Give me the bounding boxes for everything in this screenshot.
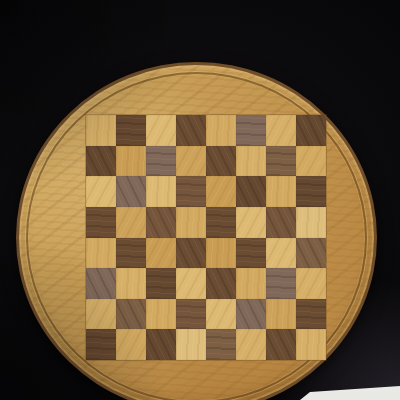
square-e3[interactable] bbox=[206, 268, 236, 299]
square-f6[interactable] bbox=[236, 176, 266, 207]
square-c8[interactable] bbox=[146, 115, 176, 146]
square-e5[interactable] bbox=[206, 207, 236, 238]
square-g1[interactable] bbox=[266, 329, 296, 360]
square-h7[interactable] bbox=[296, 146, 326, 177]
square-d6[interactable] bbox=[176, 176, 206, 207]
square-h5[interactable] bbox=[296, 207, 326, 238]
square-a6[interactable] bbox=[86, 176, 116, 207]
square-d8[interactable] bbox=[176, 115, 206, 146]
square-h8[interactable] bbox=[296, 115, 326, 146]
square-a8[interactable] bbox=[86, 115, 116, 146]
square-b7[interactable] bbox=[116, 146, 146, 177]
square-h1[interactable] bbox=[296, 329, 326, 360]
square-a2[interactable] bbox=[86, 299, 116, 330]
square-b2[interactable] bbox=[116, 299, 146, 330]
square-h3[interactable] bbox=[296, 268, 326, 299]
round-wooden-game-board bbox=[16, 62, 377, 400]
square-g5[interactable] bbox=[266, 207, 296, 238]
square-d5[interactable] bbox=[176, 207, 206, 238]
square-c2[interactable] bbox=[146, 299, 176, 330]
square-f2[interactable] bbox=[236, 299, 266, 330]
square-a1[interactable] bbox=[86, 329, 116, 360]
square-c6[interactable] bbox=[146, 176, 176, 207]
square-f3[interactable] bbox=[236, 268, 266, 299]
square-b1[interactable] bbox=[116, 329, 146, 360]
square-b4[interactable] bbox=[116, 238, 146, 269]
square-c5[interactable] bbox=[146, 207, 176, 238]
checkerboard bbox=[86, 115, 326, 360]
square-g7[interactable] bbox=[266, 146, 296, 177]
square-e2[interactable] bbox=[206, 299, 236, 330]
square-e1[interactable] bbox=[206, 329, 236, 360]
square-c4[interactable] bbox=[146, 238, 176, 269]
square-d2[interactable] bbox=[176, 299, 206, 330]
square-f4[interactable] bbox=[236, 238, 266, 269]
square-a5[interactable] bbox=[86, 207, 116, 238]
square-b3[interactable] bbox=[116, 268, 146, 299]
square-h2[interactable] bbox=[296, 299, 326, 330]
square-g4[interactable] bbox=[266, 238, 296, 269]
square-c3[interactable] bbox=[146, 268, 176, 299]
square-e8[interactable] bbox=[206, 115, 236, 146]
square-g8[interactable] bbox=[266, 115, 296, 146]
photo-background bbox=[0, 0, 400, 400]
square-e7[interactable] bbox=[206, 146, 236, 177]
square-a4[interactable] bbox=[86, 238, 116, 269]
square-b8[interactable] bbox=[116, 115, 146, 146]
square-g3[interactable] bbox=[266, 268, 296, 299]
square-h6[interactable] bbox=[296, 176, 326, 207]
square-e6[interactable] bbox=[206, 176, 236, 207]
square-f7[interactable] bbox=[236, 146, 266, 177]
square-f1[interactable] bbox=[236, 329, 266, 360]
square-g6[interactable] bbox=[266, 176, 296, 207]
square-b5[interactable] bbox=[116, 207, 146, 238]
square-c7[interactable] bbox=[146, 146, 176, 177]
square-c1[interactable] bbox=[146, 329, 176, 360]
square-h4[interactable] bbox=[296, 238, 326, 269]
square-f5[interactable] bbox=[236, 207, 266, 238]
square-g2[interactable] bbox=[266, 299, 296, 330]
square-a3[interactable] bbox=[86, 268, 116, 299]
square-d4[interactable] bbox=[176, 238, 206, 269]
square-d1[interactable] bbox=[176, 329, 206, 360]
square-e4[interactable] bbox=[206, 238, 236, 269]
square-b6[interactable] bbox=[116, 176, 146, 207]
square-f8[interactable] bbox=[236, 115, 266, 146]
square-d7[interactable] bbox=[176, 146, 206, 177]
square-d3[interactable] bbox=[176, 268, 206, 299]
square-a7[interactable] bbox=[86, 146, 116, 177]
